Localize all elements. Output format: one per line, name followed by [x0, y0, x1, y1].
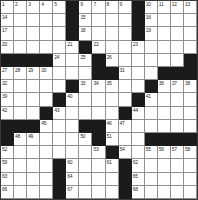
- grid-cell-r9c8[interactable]: [92, 107, 105, 120]
- grid-cell-r15c7[interactable]: [79, 186, 92, 199]
- grid-cell-r9c15[interactable]: [184, 107, 197, 120]
- grid-cell-r9c12[interactable]: [145, 107, 158, 120]
- grid-cell-r2c12[interactable]: 16: [145, 14, 158, 27]
- grid-cell-r15c4[interactable]: [40, 186, 53, 199]
- clue-number: 66: [2, 186, 7, 192]
- grid-cell-r8c15[interactable]: [184, 93, 197, 106]
- grid-cell-r4c1[interactable]: 20: [1, 41, 14, 54]
- black-cell-r11c15: [184, 133, 197, 146]
- black-cell-r6c15: [184, 67, 197, 80]
- grid-cell-r4c15[interactable]: [184, 41, 197, 54]
- grid-cell-r8c1[interactable]: 39: [1, 93, 14, 106]
- grid-cell-r14c8[interactable]: [92, 173, 105, 186]
- grid-cell-r13c1[interactable]: 59: [1, 159, 14, 172]
- black-cell-r1c6: [66, 1, 79, 14]
- black-cell-r13c5: [53, 159, 66, 172]
- grid-cell-r14c11[interactable]: 65: [132, 173, 145, 186]
- black-cell-r11c12: [145, 133, 158, 146]
- black-cell-r10c7: [79, 120, 92, 133]
- black-cell-r9c10: [119, 107, 132, 120]
- clue-number: 16: [146, 14, 151, 20]
- crossword-board: 1234567891011121314151617181920212223242…: [0, 0, 198, 200]
- grid-cell-r5c14[interactable]: [171, 54, 184, 67]
- black-cell-r5c4: [40, 54, 53, 67]
- black-cell-r15c10: [119, 186, 132, 199]
- grid-cell-r5c7[interactable]: 25: [79, 54, 92, 67]
- grid-cell-r13c2[interactable]: [14, 159, 27, 172]
- grid-cell-r10c12[interactable]: [145, 120, 158, 133]
- grid-cell-r7c15[interactable]: 38: [184, 80, 197, 93]
- clue-number: 57: [172, 146, 177, 152]
- clue-number: 8: [107, 1, 109, 7]
- grid-cell-r2c7[interactable]: 15: [79, 14, 92, 27]
- grid-cell-r8c6[interactable]: 40: [66, 93, 79, 106]
- grid-cell-r13c7[interactable]: [79, 159, 92, 172]
- grid-cell-r15c13[interactable]: [158, 186, 171, 199]
- grid-cell-r15c12[interactable]: [145, 186, 158, 199]
- grid-cell-r7c2[interactable]: [14, 80, 27, 93]
- clue-number: 18: [80, 27, 85, 33]
- clue-number: 67: [67, 186, 72, 192]
- clue-number: 41: [146, 93, 151, 99]
- grid-cell-r7c11[interactable]: [132, 80, 145, 93]
- grid-cell-r15c1[interactable]: 66: [1, 186, 14, 199]
- clue-number: 29: [28, 67, 33, 73]
- grid-cell-r10c13[interactable]: [158, 120, 171, 133]
- black-cell-r11c8: [92, 133, 105, 146]
- grid-cell-r4c13[interactable]: [158, 41, 171, 54]
- grid-cell-r13c14[interactable]: [171, 159, 184, 172]
- grid-cell-r4c11[interactable]: 23: [132, 41, 145, 54]
- clue-number: 20: [2, 41, 7, 47]
- black-cell-r10c3: [27, 120, 40, 133]
- grid-cell-r4c9[interactable]: [106, 41, 119, 54]
- clue-number: 19: [146, 27, 151, 33]
- grid-cell-r3c14[interactable]: [171, 27, 184, 40]
- grid-cell-r9c9[interactable]: [106, 107, 119, 120]
- grid-cell-r6c6[interactable]: [66, 67, 79, 80]
- clue-number: 62: [133, 159, 138, 165]
- clue-number: 5: [54, 1, 56, 7]
- grid-cell-r8c14[interactable]: [171, 93, 184, 106]
- black-cell-r10c1: [1, 120, 14, 133]
- grid-cell-r5c5[interactable]: 24: [53, 54, 66, 67]
- clue-number: 47: [120, 120, 125, 126]
- grid-cell-r9c6[interactable]: [66, 107, 79, 120]
- grid-cell-r4c3[interactable]: [27, 41, 40, 54]
- grid-cell-r6c11[interactable]: [132, 67, 145, 80]
- black-cell-r2c6: [66, 14, 79, 27]
- grid-cell-r15c2[interactable]: [14, 186, 27, 199]
- grid-cell-r14c13[interactable]: [158, 173, 171, 186]
- grid-cell-r2c8[interactable]: [92, 14, 105, 27]
- grid-cell-r8c10[interactable]: [119, 93, 132, 106]
- grid-cell-r6c5[interactable]: [53, 67, 66, 80]
- grid-cell-r11c7[interactable]: 50: [79, 133, 92, 146]
- clue-number: 14: [2, 14, 7, 20]
- black-cell-r5c15: [184, 54, 197, 67]
- clue-number: 65: [133, 173, 138, 179]
- grid-cell-r7c9[interactable]: 35: [106, 80, 119, 93]
- grid-cell-r10c15[interactable]: [184, 120, 197, 133]
- clue-number: 37: [172, 80, 177, 86]
- grid-cell-r8c13[interactable]: [158, 93, 171, 106]
- grid-cell-r13c6[interactable]: 60: [66, 159, 79, 172]
- clue-number: 22: [93, 41, 98, 47]
- grid-cell-r5c13[interactable]: [158, 54, 171, 67]
- grid-cell-r3c4[interactable]: [40, 27, 53, 40]
- grid-cell-r11c5[interactable]: [53, 133, 66, 146]
- black-cell-r5c3: [27, 54, 40, 67]
- grid-cell-r6c7[interactable]: [79, 67, 92, 80]
- clue-number: 4: [41, 1, 43, 7]
- grid-cell-r4c14[interactable]: [171, 41, 184, 54]
- black-cell-r9c4: [40, 107, 53, 120]
- grid-cell-r2c9[interactable]: [106, 14, 119, 27]
- grid-cell-r11c9[interactable]: 51: [106, 133, 119, 146]
- clue-number: 51: [107, 133, 112, 139]
- grid-cell-r11c6[interactable]: [66, 133, 79, 146]
- grid-cell-r14c9[interactable]: [106, 173, 119, 186]
- grid-cell-r1c12[interactable]: 10: [145, 1, 158, 14]
- black-cell-r3c11: [132, 27, 145, 40]
- grid-cell-r11c3[interactable]: 49: [27, 133, 40, 146]
- black-cell-r15c5: [53, 186, 66, 199]
- clue-number: 48: [15, 133, 20, 139]
- black-cell-r12c9: [106, 146, 119, 159]
- grid-cell-r14c2[interactable]: [14, 173, 27, 186]
- grid-cell-r12c12[interactable]: 55: [145, 146, 158, 159]
- grid-cell-r12c15[interactable]: 58: [184, 146, 197, 159]
- grid-cell-r12c8[interactable]: 53: [92, 146, 105, 159]
- clue-number: 50: [80, 133, 85, 139]
- clue-number: 11: [159, 1, 164, 7]
- grid-cell-r15c11[interactable]: 68: [132, 186, 145, 199]
- grid-cell-r5c11[interactable]: [132, 54, 145, 67]
- grid-cell-r6c1[interactable]: 27: [1, 67, 14, 80]
- grid-cell-r3c5[interactable]: [53, 27, 66, 40]
- clue-number: 54: [120, 146, 125, 152]
- black-cell-r10c2: [14, 120, 27, 133]
- clue-number: 36: [159, 80, 164, 86]
- grid-cell-r10c5[interactable]: [53, 120, 66, 133]
- grid-cell-r9c1[interactable]: 42: [1, 107, 14, 120]
- grid-cell-r2c1[interactable]: 14: [1, 14, 14, 27]
- clue-number: 43: [54, 107, 59, 113]
- grid-cell-r7c5[interactable]: [53, 80, 66, 93]
- grid-cell-r8c2[interactable]: [14, 93, 27, 106]
- clue-number: 15: [80, 14, 85, 20]
- clue-number: 58: [185, 146, 190, 152]
- grid-cell-r9c13[interactable]: [158, 107, 171, 120]
- clue-number: 31: [120, 67, 125, 73]
- black-cell-r3c6: [66, 27, 79, 40]
- clue-number: 24: [54, 54, 59, 60]
- black-cell-r5c1: [1, 54, 14, 67]
- grid-cell-r14c1[interactable]: 63: [1, 173, 14, 186]
- grid-cell-r13c11[interactable]: 62: [132, 159, 145, 172]
- grid-cell-r1c5[interactable]: 5: [53, 1, 66, 14]
- grid-cell-r11c4[interactable]: [40, 133, 53, 146]
- clue-number: 1: [2, 1, 4, 7]
- black-cell-r11c14: [171, 133, 184, 146]
- grid-cell-r12c1[interactable]: 52: [1, 146, 14, 159]
- clue-number: 27: [2, 67, 7, 73]
- grid-cell-r7c4[interactable]: [40, 80, 53, 93]
- grid-cell-r7c8[interactable]: 34: [92, 80, 105, 93]
- grid-cell-r4c10[interactable]: [119, 41, 132, 54]
- black-cell-r13c10: [119, 159, 132, 172]
- grid-cell-r2c4[interactable]: [40, 14, 53, 27]
- black-cell-r6c9: [106, 67, 119, 80]
- grid-cell-r11c11[interactable]: [132, 133, 145, 146]
- grid-cell-r8c7[interactable]: [79, 93, 92, 106]
- grid-cell-r12c7[interactable]: [79, 146, 92, 159]
- grid-cell-r12c5[interactable]: [53, 146, 66, 159]
- clue-number: 30: [41, 67, 46, 73]
- grid-cell-r3c3[interactable]: [27, 27, 40, 40]
- grid-cell-r2c10[interactable]: [119, 14, 132, 27]
- grid-cell-r5c10[interactable]: [119, 54, 132, 67]
- grid-cell-r8c12[interactable]: 41: [145, 93, 158, 106]
- grid-cell-r13c8[interactable]: [92, 159, 105, 172]
- clue-number: 39: [2, 93, 7, 99]
- grid-cell-r12c4[interactable]: [40, 146, 53, 159]
- grid-cell-r4c12[interactable]: [145, 41, 158, 54]
- clue-number: 9: [120, 1, 122, 7]
- black-cell-r2c11: [132, 14, 145, 27]
- clue-number: 6: [80, 1, 82, 7]
- grid-cell-r1c15[interactable]: 13: [184, 1, 197, 14]
- clue-number: 2: [15, 1, 17, 7]
- clue-number: 21: [67, 41, 72, 47]
- black-cell-r6c8: [92, 67, 105, 80]
- clue-number: 26: [107, 54, 112, 60]
- black-cell-r5c8: [92, 54, 105, 67]
- grid-cell-r12c6[interactable]: [66, 146, 79, 159]
- grid-cell-r12c13[interactable]: 56: [158, 146, 171, 159]
- clue-number: 60: [67, 159, 72, 165]
- clue-number: 33: [80, 80, 85, 86]
- grid-cell-r1c7[interactable]: 6: [79, 1, 92, 14]
- black-cell-r4c7: [79, 41, 92, 54]
- grid-cell-r11c10[interactable]: [119, 133, 132, 146]
- black-cell-r6c13: [158, 67, 171, 80]
- grid-cell-r15c3[interactable]: [27, 186, 40, 199]
- grid-cell-r10c6[interactable]: [66, 120, 79, 133]
- grid-cell-r1c10[interactable]: 9: [119, 1, 132, 14]
- black-cell-r8c11: [132, 93, 145, 106]
- grid-cell-r6c2[interactable]: 28: [14, 67, 27, 80]
- black-cell-r1c11: [132, 1, 145, 14]
- grid-cell-r3c10[interactable]: [119, 27, 132, 40]
- grid-cell-r14c3[interactable]: [27, 173, 40, 186]
- grid-cell-r7c3[interactable]: [27, 80, 40, 93]
- grid-cell-r14c14[interactable]: [171, 173, 184, 186]
- grid-cell-r4c4[interactable]: [40, 41, 53, 54]
- black-cell-r5c2: [14, 54, 27, 67]
- grid-cell-r8c9[interactable]: [106, 93, 119, 106]
- grid-cell-r2c3[interactable]: [27, 14, 40, 27]
- grid-cell-r2c15[interactable]: [184, 14, 197, 27]
- grid-cell-r10c9[interactable]: 46: [106, 120, 119, 133]
- clue-number: 32: [2, 80, 7, 86]
- clue-number: 38: [185, 80, 190, 86]
- grid-cell-r3c15[interactable]: [184, 27, 197, 40]
- clue-number: 3: [28, 1, 30, 7]
- grid-cell-r3c12[interactable]: 19: [145, 27, 158, 40]
- grid-cell-r1c13[interactable]: 11: [158, 1, 171, 14]
- grid-cell-r1c14[interactable]: 12: [171, 1, 184, 14]
- grid-cell-r1c2[interactable]: 2: [14, 1, 27, 14]
- clue-number: 12: [172, 1, 177, 7]
- grid-cell-r13c15[interactable]: [184, 159, 197, 172]
- grid-cell-r12c11[interactable]: [132, 146, 145, 159]
- grid-cell-r8c4[interactable]: [40, 93, 53, 106]
- grid-cell-r10c14[interactable]: [171, 120, 184, 133]
- grid-cell-r10c4[interactable]: 45: [40, 120, 53, 133]
- grid-cell-r3c1[interactable]: 17: [1, 27, 14, 40]
- clue-number: 42: [2, 107, 7, 113]
- grid-cell-r9c14[interactable]: [171, 107, 184, 120]
- grid-cell-r7c7[interactable]: 33: [79, 80, 92, 93]
- clue-number: 45: [41, 120, 46, 126]
- grid-cell-r8c3[interactable]: [27, 93, 40, 106]
- grid-cell-r1c3[interactable]: 3: [27, 1, 40, 14]
- clue-number: 64: [67, 173, 72, 179]
- grid-cell-r12c3[interactable]: [27, 146, 40, 159]
- grid-cell-r12c10[interactable]: 54: [119, 146, 132, 159]
- grid-cell-r13c9[interactable]: 61: [106, 159, 119, 172]
- grid-cell-r7c1[interactable]: 32: [1, 80, 14, 93]
- clue-number: 49: [28, 133, 33, 139]
- grid-cell-r4c2[interactable]: [14, 41, 27, 54]
- grid-cell-r6c3[interactable]: 29: [27, 67, 40, 80]
- grid-cell-r1c8[interactable]: 7: [92, 1, 105, 14]
- grid-cell-r3c8[interactable]: [92, 27, 105, 40]
- grid-cell-r4c8[interactable]: 22: [92, 41, 105, 54]
- grid-cell-r6c4[interactable]: 30: [40, 67, 53, 80]
- grid-cell-r9c3[interactable]: [27, 107, 40, 120]
- grid-cell-r13c13[interactable]: [158, 159, 171, 172]
- grid-cell-r3c2[interactable]: [14, 27, 27, 40]
- clue-number: 34: [93, 80, 98, 86]
- clue-number: 53: [93, 146, 98, 152]
- black-cell-r14c10: [119, 173, 132, 186]
- black-cell-r11c1: [1, 133, 14, 146]
- clue-number: 61: [107, 159, 112, 165]
- grid-cell-r14c6[interactable]: 64: [66, 173, 79, 186]
- grid-cell-r1c4[interactable]: 4: [40, 1, 53, 14]
- grid-cell-r3c9[interactable]: [106, 27, 119, 40]
- grid-cell-r15c15[interactable]: [184, 186, 197, 199]
- clue-number: 46: [107, 120, 112, 126]
- clue-number: 40: [67, 93, 72, 99]
- grid-cell-r11c2[interactable]: 48: [14, 133, 27, 146]
- grid-cell-r7c10[interactable]: [119, 80, 132, 93]
- grid-cell-r10c11[interactable]: [132, 120, 145, 133]
- grid-cell-r9c2[interactable]: [14, 107, 27, 120]
- black-cell-r8c5: [53, 93, 66, 106]
- grid-cell-r1c1[interactable]: 1: [1, 1, 14, 14]
- grid-cell-r4c5[interactable]: [53, 41, 66, 54]
- clue-number: 56: [159, 146, 164, 152]
- grid-cell-r15c6[interactable]: 67: [66, 186, 79, 199]
- clue-number: 44: [133, 107, 138, 113]
- grid-cell-r3c7[interactable]: 18: [79, 27, 92, 40]
- grid-cell-r4c6[interactable]: 21: [66, 41, 79, 54]
- grid-cell-r12c14[interactable]: 57: [171, 146, 184, 159]
- black-cell-r14c5: [53, 173, 66, 186]
- grid-cell-r9c11[interactable]: 44: [132, 107, 145, 120]
- black-cell-r7c6: [66, 80, 79, 93]
- grid-cell-r10c10[interactable]: 47: [119, 120, 132, 133]
- grid-cell-r6c10[interactable]: 31: [119, 67, 132, 80]
- grid-cell-r13c4[interactable]: [40, 159, 53, 172]
- grid-cell-r13c3[interactable]: [27, 159, 40, 172]
- clue-number: 23: [133, 41, 138, 47]
- clue-number: 68: [133, 186, 138, 192]
- crossword-screenshot: 1234567891011121314151617181920212223242…: [0, 0, 198, 200]
- clue-number: 10: [146, 1, 151, 7]
- grid-cell-r2c13[interactable]: [158, 14, 171, 27]
- grid-cell-r3c13[interactable]: [158, 27, 171, 40]
- grid-cell-r14c7[interactable]: [79, 173, 92, 186]
- grid-cell-r7c13[interactable]: 36: [158, 80, 171, 93]
- grid-cell-r2c2[interactable]: [14, 14, 27, 27]
- clue-number: 13: [185, 1, 190, 7]
- clue-number: 28: [15, 67, 20, 73]
- clue-number: 59: [2, 159, 7, 165]
- grid-cell-r12c2[interactable]: [14, 146, 27, 159]
- clue-number: 7: [93, 1, 95, 7]
- clue-number: 63: [2, 173, 7, 179]
- black-cell-r10c8: [92, 120, 105, 133]
- grid-cell-r6c12[interactable]: [145, 67, 158, 80]
- grid-cell-r9c5[interactable]: 43: [53, 107, 66, 120]
- clue-number: 17: [2, 27, 7, 33]
- grid-cell-r5c9[interactable]: 26: [106, 54, 119, 67]
- black-cell-r6c14: [171, 67, 184, 80]
- black-cell-r11c13: [158, 133, 171, 146]
- clue-number: 55: [146, 146, 151, 152]
- clue-number: 52: [2, 146, 7, 152]
- grid-cell-r14c15[interactable]: [184, 173, 197, 186]
- grid-cell-r2c5[interactable]: [53, 14, 66, 27]
- grid-cell-r14c4[interactable]: [40, 173, 53, 186]
- grid-cell-r15c8[interactable]: [92, 186, 105, 199]
- clue-number: 25: [80, 54, 85, 60]
- grid-cell-r15c14[interactable]: [171, 186, 184, 199]
- grid-cell-r9c7[interactable]: [79, 107, 92, 120]
- grid-cell-r5c12[interactable]: [145, 54, 158, 67]
- grid-cell-r13c12[interactable]: [145, 159, 158, 172]
- grid-cell-r7c14[interactable]: 37: [171, 80, 184, 93]
- grid-cell-r8c8[interactable]: [92, 93, 105, 106]
- black-cell-r7c12: [145, 80, 158, 93]
- clue-number: 35: [107, 80, 112, 86]
- grid-cell-r14c12[interactable]: [145, 173, 158, 186]
- grid-cell-r15c9[interactable]: [106, 186, 119, 199]
- grid-cell-r5c6[interactable]: [66, 54, 79, 67]
- grid-cell-r2c14[interactable]: [171, 14, 184, 27]
- grid-cell-r1c9[interactable]: 8: [106, 1, 119, 14]
